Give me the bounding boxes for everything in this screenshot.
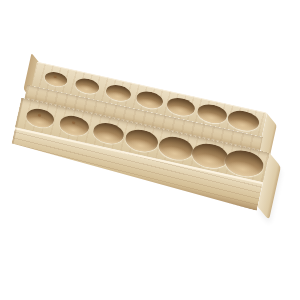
- pit-row1-col5[interactable]: [165, 95, 196, 118]
- pit-row1-col2[interactable]: [73, 76, 100, 95]
- pit-row2-col2[interactable]: [58, 113, 91, 138]
- mancala-board: [8, 60, 292, 218]
- product-photo-stage: [0, 0, 300, 300]
- pit-row1-col1[interactable]: [43, 69, 68, 87]
- pit-row2-col4[interactable]: [124, 126, 161, 154]
- pit-row2-col6[interactable]: [190, 140, 231, 171]
- pit-row2-col3[interactable]: [91, 120, 126, 146]
- pit-row2-col7[interactable]: [223, 147, 266, 180]
- pit-row1-col7[interactable]: [225, 107, 260, 132]
- pit-row2-col1[interactable]: [25, 106, 56, 129]
- pit-row1-col6[interactable]: [195, 101, 228, 125]
- pit-row1-col3[interactable]: [104, 82, 132, 102]
- pit-row2-col5[interactable]: [157, 133, 196, 162]
- pit-row1-col4[interactable]: [134, 89, 164, 110]
